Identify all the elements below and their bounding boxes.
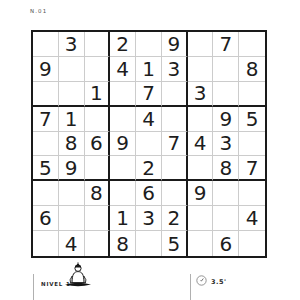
cell-r2c2[interactable] xyxy=(59,57,85,82)
cell-r6c6[interactable] xyxy=(162,156,188,181)
sudoku-board: 3297941381737149586974359287869613244856 xyxy=(31,30,267,258)
cell-r7c2[interactable] xyxy=(59,181,85,206)
cell-r2c9[interactable]: 8 xyxy=(239,57,265,82)
cell-r5c9[interactable] xyxy=(239,132,265,157)
cell-r5c6[interactable]: 7 xyxy=(162,132,188,157)
cell-r1c5[interactable] xyxy=(136,32,162,57)
cell-r7c8[interactable] xyxy=(213,181,239,206)
cell-r3c8[interactable] xyxy=(213,82,239,107)
cell-r1c9[interactable] xyxy=(239,32,265,57)
cell-r7c5[interactable]: 6 xyxy=(136,181,162,206)
cell-r6c5[interactable]: 2 xyxy=(136,156,162,181)
cell-r9c1[interactable] xyxy=(33,231,59,256)
cell-r8c6[interactable]: 2 xyxy=(162,206,188,231)
cell-r8c1[interactable]: 6 xyxy=(33,206,59,231)
cell-r2c6[interactable]: 3 xyxy=(162,57,188,82)
cell-r7c4[interactable] xyxy=(110,181,136,206)
cell-r4c6[interactable] xyxy=(162,107,188,132)
meditating-person-icon xyxy=(64,262,92,288)
cell-r1c1[interactable] xyxy=(33,32,59,57)
cell-r3c6[interactable] xyxy=(162,82,188,107)
cell-r5c1[interactable] xyxy=(33,132,59,157)
cell-r8c7[interactable] xyxy=(188,206,214,231)
cell-r9c6[interactable]: 5 xyxy=(162,231,188,256)
cell-r6c4[interactable] xyxy=(110,156,136,181)
puzzle-number-label: N.01 xyxy=(30,8,47,14)
cell-r2c3[interactable] xyxy=(85,57,111,82)
cell-r4c7[interactable] xyxy=(188,107,214,132)
time-label: 3.5' xyxy=(211,278,227,286)
cell-r3c2[interactable] xyxy=(59,82,85,107)
cell-r9c8[interactable]: 6 xyxy=(213,231,239,256)
cell-r2c8[interactable] xyxy=(213,57,239,82)
cell-r8c3[interactable] xyxy=(85,206,111,231)
cell-r6c3[interactable] xyxy=(85,156,111,181)
footer-left-divider xyxy=(33,274,34,300)
cell-r2c1[interactable]: 9 xyxy=(33,57,59,82)
clock-icon xyxy=(196,275,207,286)
footer-right-divider xyxy=(190,274,191,300)
cell-r7c9[interactable] xyxy=(239,181,265,206)
cell-r8c5[interactable]: 3 xyxy=(136,206,162,231)
cell-r1c7[interactable] xyxy=(188,32,214,57)
cell-r2c4[interactable]: 4 xyxy=(110,57,136,82)
cell-r8c2[interactable] xyxy=(59,206,85,231)
cell-r7c7[interactable]: 9 xyxy=(188,181,214,206)
cell-r7c1[interactable] xyxy=(33,181,59,206)
cell-r1c3[interactable] xyxy=(85,32,111,57)
cell-r9c2[interactable]: 4 xyxy=(59,231,85,256)
cell-r9c9[interactable] xyxy=(239,231,265,256)
cell-r8c4[interactable]: 1 xyxy=(110,206,136,231)
cell-r1c6[interactable]: 9 xyxy=(162,32,188,57)
cell-r1c2[interactable]: 3 xyxy=(59,32,85,57)
cell-r4c9[interactable]: 5 xyxy=(239,107,265,132)
cell-r6c9[interactable]: 7 xyxy=(239,156,265,181)
cell-r2c5[interactable]: 1 xyxy=(136,57,162,82)
cell-r6c1[interactable]: 5 xyxy=(33,156,59,181)
cell-r6c7[interactable] xyxy=(188,156,214,181)
cell-r7c3[interactable]: 8 xyxy=(85,181,111,206)
cell-r5c5[interactable] xyxy=(136,132,162,157)
cell-r5c8[interactable]: 3 xyxy=(213,132,239,157)
cell-r3c7[interactable]: 3 xyxy=(188,82,214,107)
cell-r3c9[interactable] xyxy=(239,82,265,107)
cell-r6c2[interactable]: 9 xyxy=(59,156,85,181)
cell-r5c4[interactable]: 9 xyxy=(110,132,136,157)
cell-r6c8[interactable]: 8 xyxy=(213,156,239,181)
cell-r9c3[interactable] xyxy=(85,231,111,256)
cell-r3c4[interactable] xyxy=(110,82,136,107)
cell-r3c5[interactable]: 7 xyxy=(136,82,162,107)
cell-r3c3[interactable]: 1 xyxy=(85,82,111,107)
cell-r4c3[interactable] xyxy=(85,107,111,132)
cell-r3c1[interactable] xyxy=(33,82,59,107)
cell-r9c4[interactable]: 8 xyxy=(110,231,136,256)
cell-r4c8[interactable]: 9 xyxy=(213,107,239,132)
sudoku-page: N.01 32979413817371495869743592878696132… xyxy=(0,0,300,300)
cell-r9c5[interactable] xyxy=(136,231,162,256)
cell-r4c2[interactable]: 1 xyxy=(59,107,85,132)
cell-r1c8[interactable]: 7 xyxy=(213,32,239,57)
cell-r2c7[interactable] xyxy=(188,57,214,82)
cell-r4c5[interactable]: 4 xyxy=(136,107,162,132)
cell-r1c4[interactable]: 2 xyxy=(110,32,136,57)
cell-r9c7[interactable] xyxy=(188,231,214,256)
cell-r5c2[interactable]: 8 xyxy=(59,132,85,157)
cell-r8c9[interactable]: 4 xyxy=(239,206,265,231)
cell-r5c7[interactable]: 4 xyxy=(188,132,214,157)
cell-r4c4[interactable] xyxy=(110,107,136,132)
cell-r4c1[interactable]: 7 xyxy=(33,107,59,132)
cell-r7c6[interactable] xyxy=(162,181,188,206)
cell-r8c8[interactable] xyxy=(213,206,239,231)
cell-r5c3[interactable]: 6 xyxy=(85,132,111,157)
